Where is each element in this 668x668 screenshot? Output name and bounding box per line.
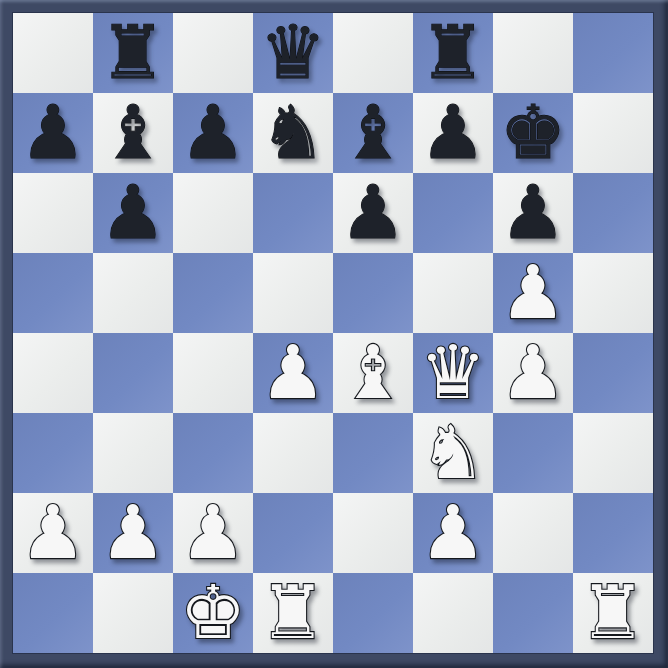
square-e2[interactable] [333,493,413,573]
white-rook-piece[interactable]: ♜ [580,575,646,649]
square-a6[interactable] [13,173,93,253]
board-frame: ♜♛♜♟♝♟♞♝♟♚♟♟♟♟♟♝♛♟♞♟♟♟♟♚♜♜ [0,0,668,668]
square-f2[interactable]: ♟ [413,493,493,573]
black-bishop-piece[interactable]: ♝ [340,95,406,169]
square-d3[interactable] [253,413,333,493]
square-c1[interactable]: ♚ [173,573,253,653]
square-b5[interactable] [93,253,173,333]
square-a3[interactable] [13,413,93,493]
square-d1[interactable]: ♜ [253,573,333,653]
square-b1[interactable] [93,573,173,653]
square-b2[interactable]: ♟ [93,493,173,573]
black-pawn-piece[interactable]: ♟ [500,175,566,249]
square-h2[interactable] [573,493,653,573]
black-rook-piece[interactable]: ♜ [420,15,486,89]
white-pawn-piece[interactable]: ♟ [500,255,566,329]
square-e6[interactable]: ♟ [333,173,413,253]
square-a4[interactable] [13,333,93,413]
square-e4[interactable]: ♝ [333,333,413,413]
white-pawn-piece[interactable]: ♟ [100,495,166,569]
square-g3[interactable] [493,413,573,493]
square-b8[interactable]: ♜ [93,13,173,93]
square-f4[interactable]: ♛ [413,333,493,413]
black-queen-piece[interactable]: ♛ [260,15,326,89]
black-pawn-piece[interactable]: ♟ [420,95,486,169]
square-g5[interactable]: ♟ [493,253,573,333]
square-d2[interactable] [253,493,333,573]
square-f8[interactable]: ♜ [413,13,493,93]
square-h3[interactable] [573,413,653,493]
white-rook-piece[interactable]: ♜ [260,575,326,649]
square-b4[interactable] [93,333,173,413]
black-pawn-piece[interactable]: ♟ [340,175,406,249]
white-king-piece[interactable]: ♚ [180,575,246,649]
square-c2[interactable]: ♟ [173,493,253,573]
white-pawn-piece[interactable]: ♟ [20,495,86,569]
square-h5[interactable] [573,253,653,333]
square-b7[interactable]: ♝ [93,93,173,173]
square-h6[interactable] [573,173,653,253]
chess-board: ♜♛♜♟♝♟♞♝♟♚♟♟♟♟♟♝♛♟♞♟♟♟♟♚♜♜ [13,13,653,653]
square-f3[interactable]: ♞ [413,413,493,493]
square-f1[interactable] [413,573,493,653]
square-g4[interactable]: ♟ [493,333,573,413]
square-c7[interactable]: ♟ [173,93,253,173]
square-g2[interactable] [493,493,573,573]
square-d6[interactable] [253,173,333,253]
square-f6[interactable] [413,173,493,253]
black-pawn-piece[interactable]: ♟ [100,175,166,249]
black-pawn-piece[interactable]: ♟ [180,95,246,169]
white-queen-piece[interactable]: ♛ [420,335,486,409]
white-knight-piece[interactable]: ♞ [420,415,486,489]
square-g6[interactable]: ♟ [493,173,573,253]
white-pawn-piece[interactable]: ♟ [260,335,326,409]
square-g1[interactable] [493,573,573,653]
square-c6[interactable] [173,173,253,253]
white-pawn-piece[interactable]: ♟ [420,495,486,569]
square-c4[interactable] [173,333,253,413]
black-rook-piece[interactable]: ♜ [100,15,166,89]
square-a2[interactable]: ♟ [13,493,93,573]
black-pawn-piece[interactable]: ♟ [20,95,86,169]
square-h1[interactable]: ♜ [573,573,653,653]
square-c8[interactable] [173,13,253,93]
square-e7[interactable]: ♝ [333,93,413,173]
square-e8[interactable] [333,13,413,93]
square-a8[interactable] [13,13,93,93]
black-bishop-piece[interactable]: ♝ [100,95,166,169]
square-d7[interactable]: ♞ [253,93,333,173]
square-b6[interactable]: ♟ [93,173,173,253]
square-c3[interactable] [173,413,253,493]
square-g7[interactable]: ♚ [493,93,573,173]
white-pawn-piece[interactable]: ♟ [180,495,246,569]
square-f7[interactable]: ♟ [413,93,493,173]
square-g8[interactable] [493,13,573,93]
square-h8[interactable] [573,13,653,93]
square-a5[interactable] [13,253,93,333]
white-pawn-piece[interactable]: ♟ [500,335,566,409]
square-e3[interactable] [333,413,413,493]
square-d8[interactable]: ♛ [253,13,333,93]
square-e5[interactable] [333,253,413,333]
square-b3[interactable] [93,413,173,493]
square-d4[interactable]: ♟ [253,333,333,413]
black-knight-piece[interactable]: ♞ [260,95,326,169]
square-a1[interactable] [13,573,93,653]
black-king-piece[interactable]: ♚ [500,95,566,169]
white-bishop-piece[interactable]: ♝ [340,335,406,409]
square-h4[interactable] [573,333,653,413]
square-f5[interactable] [413,253,493,333]
square-e1[interactable] [333,573,413,653]
square-c5[interactable] [173,253,253,333]
square-h7[interactable] [573,93,653,173]
square-a7[interactable]: ♟ [13,93,93,173]
square-d5[interactable] [253,253,333,333]
